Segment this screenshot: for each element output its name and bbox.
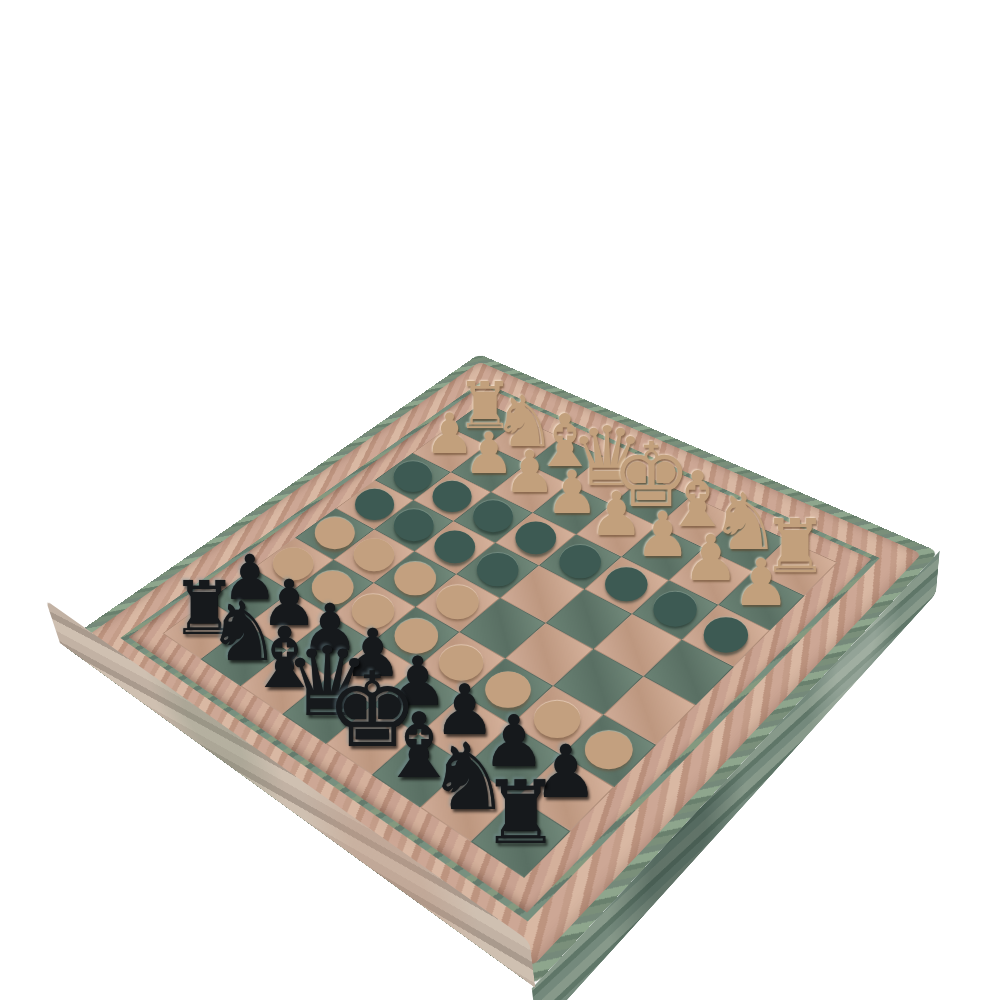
product-photo-scene: ♜♟●●●●♟♜♞♟●●●●♟♞♝♟●●●●♟♝♛♟●●●●♟♛♚♟●●♟♚♝♟… [0,0,1000,1000]
frame-rose-marble-margin [129,385,872,912]
frame-rose-marble-rim [78,362,922,968]
board-outer-frame [61,354,939,987]
frame-green-marble-groove [120,381,879,921]
perspective-stage [0,0,1000,1000]
